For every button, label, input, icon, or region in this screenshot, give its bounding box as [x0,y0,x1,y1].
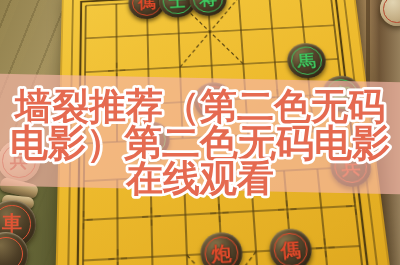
caption-overlay: 墙裂推荐（第二色无码 电影）第二色无码电影 在线观看 [0,0,400,265]
caption-line-3: 在线观看 [125,157,274,200]
photo-stage: 傌士将馬炮卒象兵炮傌仕車帥仕相 兵 車 墙裂推荐（第二色无码 电影）第二色无码电… [0,0,400,265]
